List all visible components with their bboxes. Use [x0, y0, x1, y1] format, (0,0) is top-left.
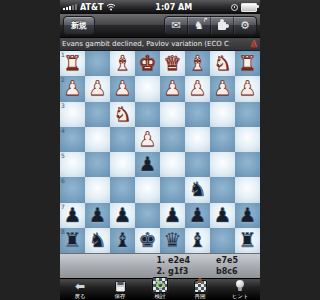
square-g4[interactable]	[85, 127, 110, 152]
rank-label: 7	[61, 203, 65, 210]
square-g8[interactable]: ♞	[85, 228, 110, 253]
square-d1[interactable]: ♛	[160, 51, 185, 76]
toolbar-label: 検討	[155, 292, 166, 298]
square-f5[interactable]	[110, 152, 135, 177]
top-icon-group: ✉♞↱⚙	[164, 16, 257, 35]
square-c8[interactable]: ♝	[185, 228, 210, 253]
square-c2[interactable]: ♟	[185, 76, 210, 101]
square-g1[interactable]	[85, 51, 110, 76]
square-e4[interactable]: ♟	[135, 127, 160, 152]
square-d3[interactable]	[160, 102, 185, 127]
status-bar: AT&T 1:07 AM	[60, 0, 260, 14]
square-a6[interactable]	[235, 177, 260, 202]
square-h7[interactable]: 7♟	[60, 203, 85, 228]
square-h6[interactable]: 6	[60, 177, 85, 202]
white-pawn-piece: ♟	[214, 76, 232, 101]
square-e5[interactable]: ♟	[135, 152, 160, 177]
square-b1[interactable]: ♞	[210, 51, 235, 76]
square-e1[interactable]: ♚	[135, 51, 160, 76]
white-move: e2e4	[168, 255, 202, 266]
move-row[interactable]: 2.g1f3b8c6	[60, 266, 260, 277]
rank-label: 1	[61, 51, 65, 58]
black-pawn-piece: ♟	[214, 203, 232, 228]
square-a2[interactable]: ♟	[235, 76, 260, 101]
black-pawn-piece: ♟	[164, 203, 182, 228]
title-bar: Evans gambit declined, Pavlov variation …	[60, 38, 260, 51]
square-e2[interactable]	[135, 76, 160, 101]
piece-chip-icon: ♟	[197, 278, 203, 285]
rank-label: 2	[61, 76, 65, 83]
square-f8[interactable]: ♝	[110, 228, 135, 253]
rank-label: 6	[61, 177, 65, 184]
rank-label: 3	[61, 102, 65, 109]
white-pawn-piece: ♟	[164, 76, 182, 101]
mail-icon: ✉	[171, 19, 180, 32]
square-b5[interactable]	[210, 152, 235, 177]
bottom-toolbar: ⬅戻る保存↻検討♟再開ヒント	[60, 278, 260, 300]
black-bishop-piece: ♝	[189, 228, 207, 253]
square-h8[interactable]: 8♜	[60, 228, 85, 253]
square-f4[interactable]	[110, 127, 135, 152]
black-pawn-piece: ♟	[89, 203, 107, 228]
square-a1[interactable]: ♜	[235, 51, 260, 76]
board-rotate-icon: ↻	[152, 277, 168, 293]
back-arrow-icon: ⬅	[75, 281, 85, 291]
square-c7[interactable]: ♟	[185, 203, 210, 228]
square-f7[interactable]: ♟	[110, 203, 135, 228]
white-bishop-piece: ♝	[114, 51, 132, 76]
back-button[interactable]: ⬅戻る	[63, 280, 97, 299]
move-number: 1.	[60, 255, 168, 266]
square-f2[interactable]: ♟	[110, 76, 135, 101]
white-pawn-piece: ♟	[89, 76, 107, 101]
toolbar-label: ヒント	[232, 292, 249, 298]
wifi-icon	[106, 3, 116, 11]
black-rook-piece: ♜	[239, 228, 257, 253]
square-h1[interactable]: 1♜	[60, 51, 85, 76]
white-knight-piece: ♞	[214, 51, 232, 76]
carrier-label: AT&T	[80, 3, 103, 12]
square-a3[interactable]	[235, 102, 260, 127]
square-e8[interactable]: ♚	[135, 228, 160, 253]
hint-button[interactable]: ヒント	[223, 280, 257, 299]
square-b2[interactable]: ♟	[210, 76, 235, 101]
square-h2[interactable]: 2♟	[60, 76, 85, 101]
new-game-button[interactable]: 新規	[63, 16, 95, 35]
black-pawn-piece: ♟	[64, 203, 82, 228]
square-f6[interactable]	[110, 177, 135, 202]
chess-app-screen: AT&T 1:07 AM 新規 ✉♞↱⚙ Evans gambit declin…	[60, 0, 260, 300]
white-bishop-piece: ♝	[189, 51, 207, 76]
square-d4[interactable]	[160, 127, 185, 152]
white-rook-piece: ♜	[64, 51, 82, 76]
puzzle-button[interactable]	[211, 17, 234, 34]
clock-label: 1:07 AM	[116, 3, 231, 12]
white-pawn-piece: ♟	[139, 127, 157, 152]
black-pawn-piece: ♟	[189, 203, 207, 228]
square-c5[interactable]	[185, 152, 210, 177]
square-e6[interactable]	[135, 177, 160, 202]
square-a7[interactable]: ♟	[235, 203, 260, 228]
square-e3[interactable]	[135, 102, 160, 127]
white-king-piece: ♚	[139, 51, 157, 76]
red-piece-icon: ♟	[250, 40, 258, 49]
square-h4[interactable]: 4	[60, 127, 85, 152]
gear-icon: ⚙	[240, 19, 250, 32]
white-pawn-piece: ♟	[239, 76, 257, 101]
square-d5[interactable]	[160, 152, 185, 177]
square-g3[interactable]	[85, 102, 110, 127]
square-d2[interactable]: ♟	[160, 76, 185, 101]
black-move: b8c6	[216, 266, 256, 277]
board-resume-icon: ♟	[194, 280, 207, 293]
square-c3[interactable]	[185, 102, 210, 127]
opening-name-label: Evans gambit declined, Pavlov variation …	[62, 40, 249, 48]
square-c4[interactable]	[185, 127, 210, 152]
square-d8[interactable]: ♛	[160, 228, 185, 253]
toolbar-label: 保存	[115, 292, 126, 298]
alarm-icon	[231, 4, 238, 11]
square-d6[interactable]	[160, 177, 185, 202]
square-d7[interactable]: ♟	[160, 203, 185, 228]
square-g7[interactable]: ♟	[85, 203, 110, 228]
white-pawn-piece: ♟	[114, 76, 132, 101]
top-toolbar: 新規 ✉♞↱⚙	[60, 14, 260, 38]
chess-board: 1♜♝♚♛♝♞♜2♟♟♟♟♟♟♟3♞4♟5♟6♞7♟♟♟♟♟♟♟8♜♞♝♚♛♝♜	[60, 51, 260, 253]
mail-button[interactable]: ✉	[165, 17, 188, 34]
white-knight-piece: ♞	[114, 102, 132, 127]
resume-button[interactable]: ♟再開	[183, 280, 217, 299]
save-button[interactable]: 保存	[103, 280, 137, 299]
square-b8[interactable]	[210, 228, 235, 253]
white-move: g1f3	[168, 266, 202, 277]
signal-bars-icon	[63, 4, 77, 10]
square-e7[interactable]	[135, 203, 160, 228]
square-f1[interactable]: ♝	[110, 51, 135, 76]
lightbulb-icon	[235, 280, 246, 292]
black-pawn-piece: ♟	[139, 152, 157, 177]
black-knight-piece: ♞	[189, 177, 207, 202]
square-g6[interactable]	[85, 177, 110, 202]
square-h5[interactable]: 5	[60, 152, 85, 177]
square-b3[interactable]	[210, 102, 235, 127]
rank-label: 4	[61, 127, 65, 134]
black-queen-piece: ♛	[164, 228, 182, 253]
square-b7[interactable]: ♟	[210, 203, 235, 228]
black-king-piece: ♚	[139, 228, 157, 253]
rotate-arrows-icon: ↻	[153, 278, 167, 292]
square-g2[interactable]: ♟	[85, 76, 110, 101]
move-number: 2.	[60, 266, 168, 277]
toolbar-label: 戻る	[75, 292, 86, 298]
black-rook-piece: ♜	[64, 228, 82, 253]
gear-button[interactable]: ⚙	[234, 17, 256, 34]
square-f3[interactable]: ♞	[110, 102, 135, 127]
white-rook-piece: ♜	[239, 51, 257, 76]
black-bishop-piece: ♝	[114, 228, 132, 253]
move-row[interactable]: 1.e2e4e7e5	[60, 255, 260, 266]
square-c1[interactable]: ♝	[185, 51, 210, 76]
white-pawn-piece: ♟	[64, 76, 82, 101]
white-queen-piece: ♛	[164, 51, 182, 76]
review-button[interactable]: ↻検討	[143, 280, 177, 299]
knight-arrow-button[interactable]: ♞↱	[188, 17, 211, 34]
toolbar-label: 再開	[195, 292, 206, 298]
white-pawn-piece: ♟	[189, 76, 207, 101]
square-a4[interactable]	[235, 127, 260, 152]
square-b6[interactable]	[210, 177, 235, 202]
knight-arrow-icon: ♞↱	[194, 20, 204, 31]
square-c6[interactable]: ♞	[185, 177, 210, 202]
floppy-icon	[115, 281, 126, 292]
square-g5[interactable]	[85, 152, 110, 177]
square-a5[interactable]	[235, 152, 260, 177]
move-list: 1.e2e4e7e52.g1f3b8c6	[60, 253, 260, 278]
black-move: e7e5	[216, 255, 256, 266]
square-h3[interactable]: 3	[60, 102, 85, 127]
battery-icon	[241, 3, 257, 12]
rank-label: 5	[61, 152, 65, 159]
black-knight-piece: ♞	[89, 228, 107, 253]
puzzle-icon	[218, 22, 226, 30]
square-b4[interactable]	[210, 127, 235, 152]
black-pawn-piece: ♟	[239, 203, 257, 228]
black-pawn-piece: ♟	[114, 203, 132, 228]
rank-label: 8	[61, 228, 65, 235]
square-a8[interactable]: ♜	[235, 228, 260, 253]
